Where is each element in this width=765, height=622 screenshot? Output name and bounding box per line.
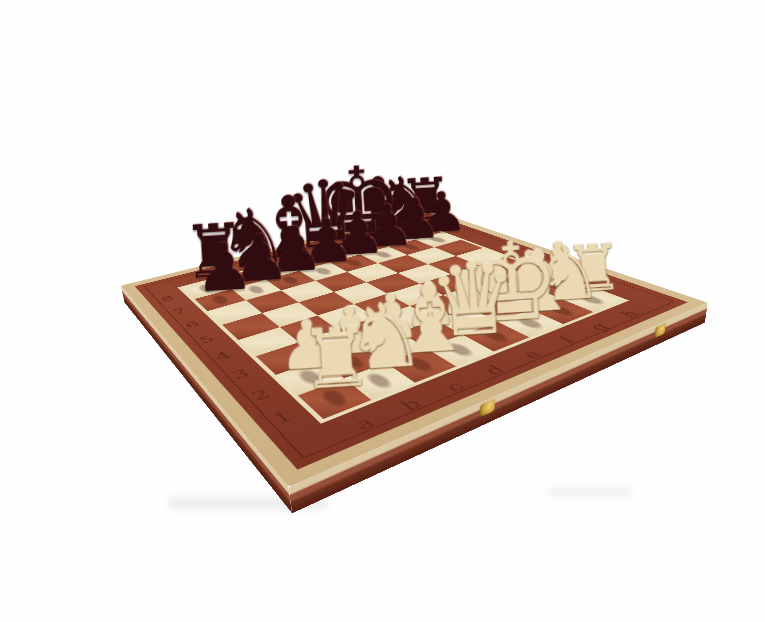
chess-board: ♜♟♟♜♞♟♟♞♝♟♟♝♚♟♟♚♛♟♟♛♝♟♟♝♞♟♟♞♜♟♟♜ 8765432…: [121, 209, 708, 487]
piece-shadow: [402, 355, 440, 376]
piece-shadow: [341, 258, 367, 268]
piece-shadow: [449, 313, 484, 329]
piece-shadow: [292, 366, 328, 388]
watermark-smudge: [548, 487, 632, 497]
brass-hinge: [480, 399, 495, 417]
piece-shadow: [482, 302, 517, 317]
piece-shadow: [315, 386, 354, 410]
piece-shadow: [543, 281, 577, 294]
brass-clasp: [654, 323, 665, 338]
piece-shadow: [573, 292, 610, 306]
piece-shadow: [360, 370, 398, 392]
chess-set-photo: ♜♟♟♜♞♟♟♞♝♟♟♝♚♟♟♚♛♟♟♛♝♟♟♝♞♟♟♞♜♟♟♜ 8765432…: [0, 0, 765, 622]
piece-shadow: [477, 327, 515, 345]
piece-shadow: [310, 266, 336, 277]
piece-shadow: [441, 341, 479, 360]
